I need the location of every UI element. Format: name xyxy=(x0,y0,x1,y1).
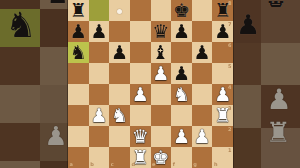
white-pawn[interactable]: ♟ xyxy=(152,64,169,83)
black-king[interactable]: ♚ xyxy=(173,1,190,20)
square-d3[interactable] xyxy=(130,105,151,126)
square-g2[interactable]: ♟ xyxy=(192,126,213,147)
square-b8[interactable] xyxy=(89,0,110,21)
file-label-e: e xyxy=(152,162,155,167)
rank-label-4: 4 xyxy=(228,85,231,90)
white-pawn[interactable]: ♟ xyxy=(90,106,107,125)
square-b5[interactable] xyxy=(89,63,110,84)
bg-square xyxy=(261,43,300,85)
white-queen[interactable]: ♛ xyxy=(132,127,149,146)
square-f5[interactable]: ♟ xyxy=(171,63,192,84)
square-g8[interactable] xyxy=(192,0,213,21)
black-knight[interactable]: ♞ xyxy=(70,43,87,62)
black-rook[interactable]: ♜ xyxy=(70,1,87,20)
background-black-piece-fragment: ♟ xyxy=(47,0,65,8)
square-f6[interactable] xyxy=(171,42,192,63)
square-d8[interactable] xyxy=(130,0,151,21)
file-label-g: g xyxy=(193,162,197,167)
square-f1[interactable]: f xyxy=(171,147,192,168)
square-c6[interactable]: ♟ xyxy=(109,42,130,63)
square-g1[interactable]: g xyxy=(192,147,213,168)
square-c2[interactable] xyxy=(109,126,130,147)
square-a7[interactable]: ♟ xyxy=(68,21,89,42)
bg-square xyxy=(0,85,40,123)
square-e6[interactable]: ♝ xyxy=(151,42,172,63)
square-a6[interactable]: ♞ xyxy=(68,42,89,63)
bg-square xyxy=(40,9,68,47)
square-a5[interactable] xyxy=(68,63,89,84)
square-g5[interactable] xyxy=(192,63,213,84)
square-d4[interactable]: ♟ xyxy=(130,84,151,105)
square-g7[interactable] xyxy=(192,21,213,42)
square-g4[interactable] xyxy=(192,84,213,105)
white-knight[interactable]: ♞ xyxy=(111,106,128,125)
file-label-a: a xyxy=(70,162,73,167)
square-c8[interactable] xyxy=(109,0,130,21)
square-f2[interactable]: ♟ xyxy=(171,126,192,147)
square-b1[interactable]: b xyxy=(89,147,110,168)
square-e4[interactable] xyxy=(151,84,172,105)
rank-label-1: 1 xyxy=(228,148,231,153)
square-c1[interactable]: c xyxy=(109,147,130,168)
black-pawn[interactable]: ♟ xyxy=(90,22,107,41)
square-b7[interactable]: ♟ xyxy=(89,21,110,42)
square-h8[interactable]: ♜8 xyxy=(212,0,233,21)
background-white-pawn: ♟ xyxy=(266,86,292,114)
square-h2[interactable]: 2 xyxy=(212,126,233,147)
rank-label-3: 3 xyxy=(228,106,231,111)
square-f4[interactable]: ♞ xyxy=(171,84,192,105)
square-b4[interactable] xyxy=(89,84,110,105)
file-label-c: c xyxy=(111,162,114,167)
background-black-rook-fragment: ♜ xyxy=(263,0,289,7)
bg-square xyxy=(40,85,68,123)
square-d7[interactable] xyxy=(130,21,151,42)
black-pawn[interactable]: ♟ xyxy=(194,43,211,62)
square-d6[interactable] xyxy=(130,42,151,63)
square-d1[interactable]: ♜d xyxy=(130,147,151,168)
black-bishop[interactable]: ♝ xyxy=(152,43,169,62)
rank-label-6: 6 xyxy=(228,43,231,48)
square-d5[interactable] xyxy=(130,63,151,84)
square-h3[interactable]: ♜3 xyxy=(212,105,233,126)
square-e5[interactable]: ♟ xyxy=(151,63,172,84)
square-a8[interactable]: ♜ xyxy=(68,0,89,21)
bg-square xyxy=(233,43,261,85)
bg-square xyxy=(233,85,261,128)
square-h5[interactable]: 5 xyxy=(212,63,233,84)
black-pawn[interactable]: ♟ xyxy=(173,64,190,83)
background-black-knight: ♞ xyxy=(2,8,40,43)
square-a1[interactable]: a xyxy=(68,147,89,168)
square-c4[interactable] xyxy=(109,84,130,105)
black-pawn[interactable]: ♟ xyxy=(70,22,87,41)
square-h7[interactable]: ♟7 xyxy=(212,21,233,42)
square-f7[interactable]: ♟ xyxy=(171,21,192,42)
square-h6[interactable]: 6 xyxy=(212,42,233,63)
background-white-rook: ♜ xyxy=(263,119,293,147)
square-g3[interactable] xyxy=(192,105,213,126)
square-h1[interactable]: 1h xyxy=(212,147,233,168)
square-b3[interactable]: ♟ xyxy=(89,105,110,126)
square-a2[interactable] xyxy=(68,126,89,147)
chess-board: ♜♚♜8♟♟♛♟♟7♞♟♝♟6♟♟5♟♞♟4♟♞♜3♛♟♟2abc♜d♚efg1… xyxy=(68,0,233,168)
square-c7[interactable] xyxy=(109,21,130,42)
square-a4[interactable] xyxy=(68,84,89,105)
bg-square xyxy=(0,47,40,85)
black-pawn[interactable]: ♟ xyxy=(111,43,128,62)
move-hint-dot xyxy=(117,9,122,14)
square-c3[interactable]: ♞ xyxy=(109,105,130,126)
square-b6[interactable] xyxy=(89,42,110,63)
bg-square xyxy=(40,161,68,168)
rank-label-7: 7 xyxy=(228,22,231,27)
square-e2[interactable] xyxy=(151,126,172,147)
background-right-strip: ♜ ♟ ♟ ♜ xyxy=(233,0,300,168)
square-d2[interactable]: ♛ xyxy=(130,126,151,147)
white-pawn[interactable]: ♟ xyxy=(132,85,149,104)
white-knight[interactable]: ♞ xyxy=(173,85,190,104)
rank-label-5: 5 xyxy=(228,64,231,69)
rank-label-8: 8 xyxy=(228,1,231,6)
square-f8[interactable]: ♚ xyxy=(171,0,192,21)
rank-label-2: 2 xyxy=(228,127,231,132)
bg-square xyxy=(0,161,40,168)
bg-square xyxy=(0,123,40,161)
file-label-h: h xyxy=(214,162,218,167)
white-pawn[interactable]: ♟ xyxy=(173,127,190,146)
square-h4[interactable]: ♟4 xyxy=(212,84,233,105)
white-pawn[interactable]: ♟ xyxy=(194,127,211,146)
square-b2[interactable] xyxy=(89,126,110,147)
bg-square xyxy=(40,47,68,85)
file-label-f: f xyxy=(173,162,175,167)
background-white-pawn: ♟ xyxy=(44,123,68,149)
black-pawn[interactable]: ♟ xyxy=(173,22,190,41)
background-left-strip: ♞ ♟ ♟ xyxy=(0,0,68,168)
file-label-b: b xyxy=(90,162,94,167)
black-queen[interactable]: ♛ xyxy=(152,22,169,41)
square-g6[interactable]: ♟ xyxy=(192,42,213,63)
bg-square xyxy=(233,128,261,168)
square-e1[interactable]: ♚e xyxy=(151,147,172,168)
square-c5[interactable] xyxy=(109,63,130,84)
app-window: ♞ ♟ ♟ ♜ ♟ ♟ ♜ ♜♚♜8♟♟♛♟♟7♞♟♝♟6♟♟5♟♞♟4♟♞♜3… xyxy=(0,0,300,168)
file-label-d: d xyxy=(131,162,135,167)
square-a3[interactable] xyxy=(68,105,89,126)
background-black-pawn: ♟ xyxy=(236,11,260,38)
square-e8[interactable] xyxy=(151,0,172,21)
square-e7[interactable]: ♛ xyxy=(151,21,172,42)
square-f3[interactable] xyxy=(171,105,192,126)
square-e3[interactable] xyxy=(151,105,172,126)
